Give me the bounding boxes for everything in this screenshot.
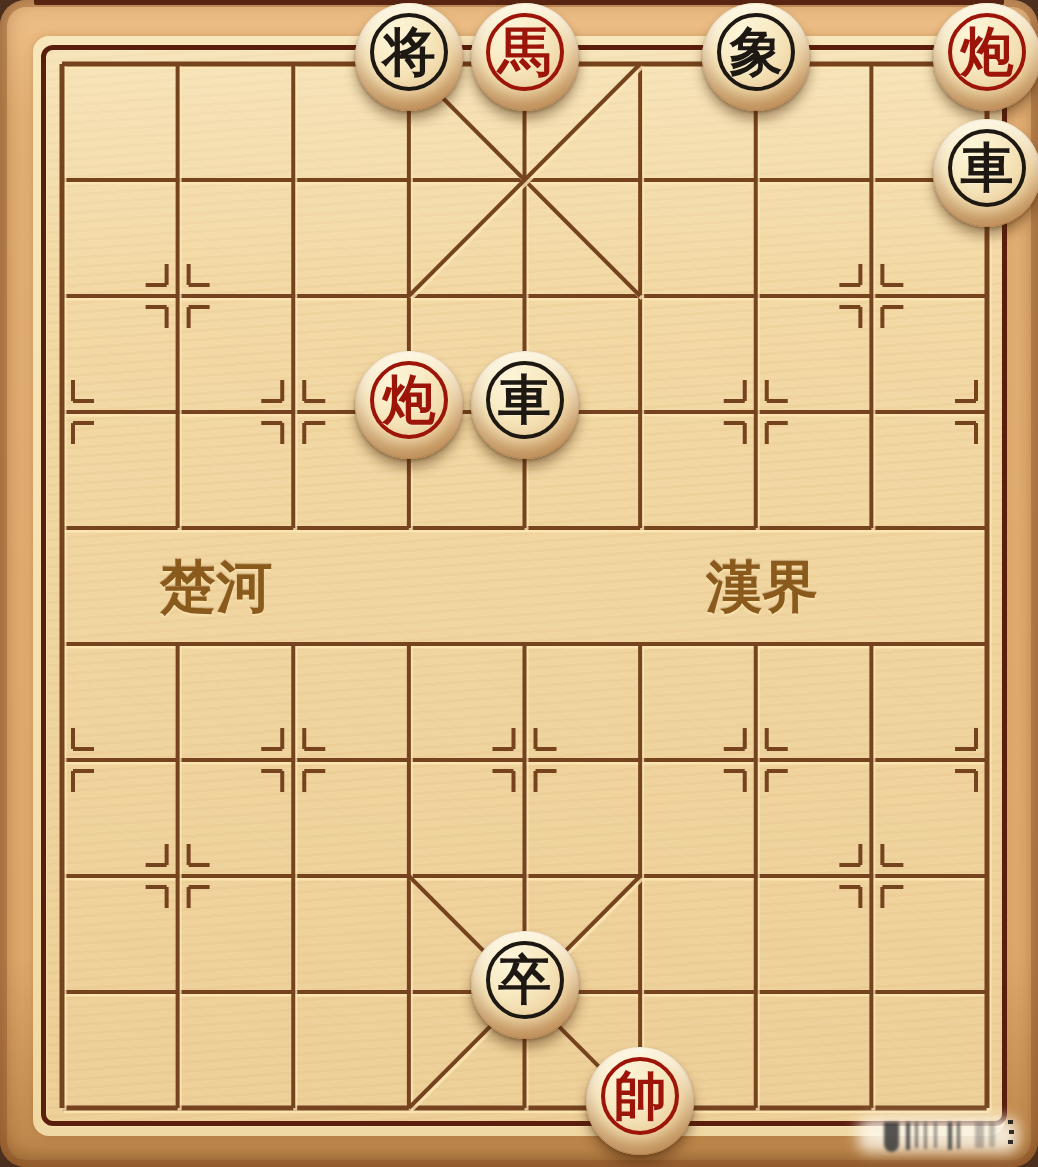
piece-glyph: 車 bbox=[498, 373, 551, 426]
piece-red-horse[interactable]: 馬 bbox=[471, 3, 579, 111]
piece-ring: 将 bbox=[370, 13, 448, 91]
piece-ring: 卒 bbox=[486, 941, 564, 1019]
piece-ring: 帥 bbox=[601, 1057, 679, 1135]
piece-face: 車 bbox=[471, 346, 579, 454]
piece-black-chariot[interactable]: 車 bbox=[471, 351, 579, 459]
piece-glyph: 卒 bbox=[498, 953, 551, 1006]
piece-face: 卒 bbox=[471, 926, 579, 1034]
piece-ring: 車 bbox=[948, 129, 1026, 207]
piece-face: 車 bbox=[933, 114, 1038, 222]
piece-face: 将 bbox=[355, 0, 463, 106]
piece-glyph: 炮 bbox=[961, 25, 1014, 78]
piece-ring: 象 bbox=[717, 13, 795, 91]
piece-ring: 炮 bbox=[948, 13, 1026, 91]
piece-black-general[interactable]: 将 bbox=[355, 3, 463, 111]
piece-face: 帥 bbox=[586, 1042, 694, 1150]
piece-red-cannon[interactable]: 炮 bbox=[355, 351, 463, 459]
piece-glyph: 象 bbox=[729, 25, 782, 78]
piece-red-cannon[interactable]: 炮 bbox=[933, 3, 1038, 111]
piece-face: 炮 bbox=[933, 0, 1038, 106]
piece-ring: 馬 bbox=[486, 13, 564, 91]
piece-ring: 炮 bbox=[370, 361, 448, 439]
xiangqi-game: 楚河 漢界 将馬象炮車炮車卒帥 bbox=[0, 0, 1038, 1167]
piece-black-soldier[interactable]: 卒 bbox=[471, 931, 579, 1039]
piece-face: 馬 bbox=[471, 0, 579, 106]
river-char: 漢界 bbox=[706, 550, 818, 626]
piece-black-chariot[interactable]: 車 bbox=[933, 119, 1038, 227]
piece-glyph: 帥 bbox=[614, 1069, 667, 1122]
piece-red-general[interactable]: 帥 bbox=[586, 1047, 694, 1155]
piece-ring: 車 bbox=[486, 361, 564, 439]
piece-glyph: 車 bbox=[961, 141, 1014, 194]
river-label-hanjie: 漢界 bbox=[706, 558, 882, 618]
piece-glyph: 馬 bbox=[498, 25, 551, 78]
piece-glyph: 炮 bbox=[382, 373, 435, 426]
piece-black-elephant[interactable]: 象 bbox=[702, 3, 810, 111]
piece-face: 炮 bbox=[355, 346, 463, 454]
piece-glyph: 将 bbox=[382, 25, 435, 78]
piece-face: 象 bbox=[702, 0, 810, 106]
river-label-chuhe: 楚河 bbox=[160, 558, 336, 618]
river-char: 楚河 bbox=[160, 550, 272, 626]
